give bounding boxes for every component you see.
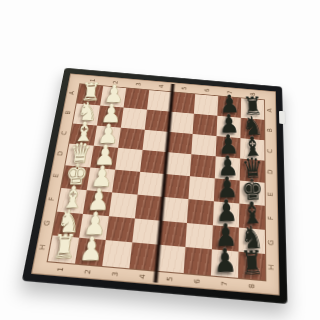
square-a3[interactable] — [124, 88, 150, 109]
board-mat-border: 12345678 12345678 ABCDEFGH ABCDEFGH ♜♟♟♜… — [31, 73, 280, 295]
square-h1[interactable]: ♜ — [48, 236, 79, 264]
square-h3[interactable] — [102, 240, 132, 268]
chess-set-photo: 12345678 12345678 ABCDEFGH ABCDEFGH ♜♟♟♜… — [0, 0, 320, 320]
square-g3[interactable] — [106, 216, 135, 243]
square-b6[interactable] — [193, 113, 218, 135]
piece-bR-h8[interactable]: ♜ — [239, 246, 264, 280]
square-f6[interactable] — [187, 199, 214, 225]
square-e6[interactable] — [188, 176, 214, 201]
square-h8[interactable]: ♜ — [238, 252, 265, 280]
piece-wR-h1[interactable]: ♜ — [51, 230, 78, 263]
file-labels-right: ABCDEFGH — [264, 100, 279, 281]
square-a6[interactable] — [194, 94, 218, 115]
square-h7[interactable]: ♟ — [211, 250, 239, 278]
square-h2[interactable]: ♟ — [75, 238, 106, 266]
piece-bP-h7[interactable]: ♟ — [213, 244, 237, 278]
square-d6[interactable] — [190, 154, 216, 178]
square-d3[interactable] — [115, 148, 142, 172]
square-b3[interactable] — [121, 107, 147, 129]
chess-board: 12345678 12345678 ABCDEFGH ABCDEFGH ♜♟♟♜… — [22, 68, 288, 304]
square-e3[interactable] — [112, 170, 140, 195]
square-c6[interactable] — [191, 134, 216, 157]
square-h6[interactable] — [184, 247, 212, 275]
square-g6[interactable] — [185, 223, 213, 250]
square-c3[interactable] — [118, 127, 145, 150]
frame-sticker — [279, 111, 285, 124]
piece-wP-h2[interactable]: ♟ — [78, 232, 104, 265]
square-f3[interactable] — [109, 192, 138, 218]
